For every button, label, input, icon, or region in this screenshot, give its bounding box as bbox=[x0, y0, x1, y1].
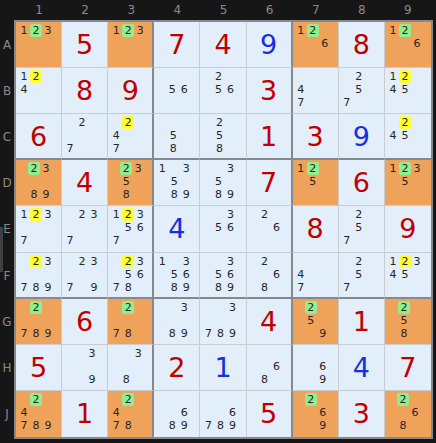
candidate-8[interactable]: 8 bbox=[30, 419, 42, 432]
candidate-7[interactable]: 7 bbox=[18, 419, 30, 432]
candidate-1[interactable]: 1 bbox=[387, 70, 399, 83]
candidate-3[interactable]: 3 bbox=[134, 208, 146, 221]
candidate-6[interactable]: 6 bbox=[134, 221, 146, 234]
candidate-5[interactable]: 5 bbox=[213, 129, 225, 142]
candidate-8[interactable]: 8 bbox=[122, 281, 134, 294]
cell-E1[interactable]: 1237 bbox=[16, 206, 62, 252]
cell-H4[interactable]: 2 bbox=[154, 345, 200, 391]
candidate-2[interactable]: 2 bbox=[76, 255, 88, 268]
cell-J8[interactable]: 3 bbox=[339, 391, 385, 437]
candidate-3[interactable]: 3 bbox=[224, 255, 236, 268]
candidate-7[interactable]: 7 bbox=[341, 234, 353, 247]
candidate-5[interactable]: 5 bbox=[399, 175, 411, 188]
candidate-1[interactable]: 1 bbox=[110, 24, 122, 37]
cell-B1[interactable]: 124 bbox=[16, 68, 62, 114]
candidate-3[interactable]: 3 bbox=[40, 162, 52, 175]
candidate-slot-9 bbox=[134, 142, 144, 155]
candidate-5[interactable]: 5 bbox=[122, 268, 134, 281]
cell-A6[interactable]: 9 bbox=[247, 22, 293, 68]
cell-F4[interactable]: 135689 bbox=[154, 253, 200, 299]
candidate-1[interactable]: 1 bbox=[387, 255, 399, 268]
candidate-8[interactable]: 8 bbox=[168, 188, 180, 201]
cell-F8[interactable]: 257 bbox=[339, 253, 385, 299]
candidate-1[interactable]: 1 bbox=[18, 70, 30, 83]
candidate-slot-3: 3 bbox=[42, 24, 54, 37]
candidate-slot-5 bbox=[122, 406, 134, 419]
candidate-slot-6 bbox=[134, 314, 144, 327]
cell-B4[interactable]: 56 bbox=[154, 68, 200, 114]
candidate-9[interactable]: 9 bbox=[226, 419, 238, 432]
candidate-2-yellow-highlight[interactable]: 2 bbox=[399, 116, 411, 129]
candidate-slot-8 bbox=[122, 234, 134, 247]
candidate-2[interactable]: 2 bbox=[76, 116, 88, 129]
cell-C4[interactable]: 58 bbox=[154, 114, 200, 160]
candidate-6[interactable]: 6 bbox=[317, 406, 329, 419]
candidate-9[interactable]: 9 bbox=[224, 281, 236, 294]
cell-G3[interactable]: 278 bbox=[108, 299, 154, 345]
candidate-2-green-highlight[interactable]: 2 bbox=[122, 24, 134, 37]
candidate-grid: 123 bbox=[110, 24, 144, 63]
candidate-slot-6: 6 bbox=[271, 221, 283, 234]
candidate-slot-9 bbox=[224, 234, 236, 247]
cell-H8[interactable]: 4 bbox=[339, 345, 385, 391]
candidate-1[interactable]: 1 bbox=[387, 162, 399, 175]
cell-E5[interactable]: 356 bbox=[200, 206, 246, 252]
candidate-9[interactable]: 9 bbox=[317, 373, 329, 386]
candidate-2-yellow-highlight[interactable]: 2 bbox=[30, 208, 42, 221]
cell-J7[interactable]: 269 bbox=[293, 391, 339, 437]
candidate-5[interactable]: 5 bbox=[212, 221, 224, 234]
candidate-7[interactable]: 7 bbox=[110, 419, 122, 432]
candidate-9[interactable]: 9 bbox=[178, 419, 190, 432]
candidate-4[interactable]: 4 bbox=[18, 406, 30, 419]
cell-G5[interactable]: 3789 bbox=[200, 299, 246, 345]
candidate-8[interactable]: 8 bbox=[30, 281, 42, 294]
candidate-slot-8: 8 bbox=[166, 327, 178, 340]
candidate-8[interactable]: 8 bbox=[167, 142, 179, 155]
cell-C6[interactable]: 1 bbox=[247, 114, 293, 160]
candidate-5[interactable]: 5 bbox=[353, 221, 365, 234]
cell-F5[interactable]: 35689 bbox=[200, 253, 246, 299]
candidate-5[interactable]: 5 bbox=[398, 314, 410, 327]
candidate-5[interactable]: 5 bbox=[353, 83, 365, 96]
candidate-2-green-highlight[interactable]: 2 bbox=[398, 301, 410, 314]
candidate-2-yellow-highlight[interactable]: 2 bbox=[122, 208, 134, 221]
candidate-6[interactable]: 6 bbox=[178, 83, 190, 96]
candidate-4[interactable]: 4 bbox=[295, 268, 307, 281]
candidate-slot-6: 6 bbox=[134, 268, 146, 281]
candidate-slot-1: 1 bbox=[156, 255, 168, 268]
candidate-slot-9 bbox=[134, 327, 144, 340]
candidate-slot-9 bbox=[411, 50, 423, 63]
candidate-3[interactable]: 3 bbox=[180, 162, 192, 175]
cell-C7[interactable]: 3 bbox=[293, 114, 339, 160]
candidate-8[interactable]: 8 bbox=[166, 419, 178, 432]
candidate-7[interactable]: 7 bbox=[295, 281, 307, 294]
candidate-4[interactable]: 4 bbox=[387, 83, 399, 96]
cell-J6[interactable]: 5 bbox=[247, 391, 293, 437]
candidate-slot-4 bbox=[202, 129, 213, 142]
candidate-3[interactable]: 3 bbox=[132, 162, 144, 175]
cell-A3[interactable]: 123 bbox=[108, 22, 154, 68]
value-digit-4: 4 bbox=[62, 160, 107, 205]
cell-G8[interactable]: 1 bbox=[339, 299, 385, 345]
candidate-8[interactable]: 8 bbox=[397, 419, 409, 432]
candidate-2-green-highlight[interactable]: 2 bbox=[120, 162, 132, 175]
cell-E3[interactable]: 123567 bbox=[108, 206, 154, 252]
cell-C3[interactable]: 247 bbox=[108, 114, 154, 160]
candidate-3[interactable]: 3 bbox=[411, 255, 423, 268]
candidate-5[interactable]: 5 bbox=[399, 129, 411, 142]
candidate-9[interactable]: 9 bbox=[88, 281, 100, 294]
cell-J2[interactable]: 1 bbox=[62, 391, 108, 437]
candidate-7[interactable]: 7 bbox=[110, 327, 122, 340]
candidate-2-green-highlight[interactable]: 2 bbox=[307, 162, 319, 175]
candidate-2[interactable]: 2 bbox=[353, 70, 365, 83]
cell-C8[interactable]: 9 bbox=[339, 114, 385, 160]
candidate-2[interactable]: 2 bbox=[259, 208, 271, 221]
candidate-2-green-highlight[interactable]: 2 bbox=[397, 393, 409, 406]
cell-A4[interactable]: 7 bbox=[154, 22, 200, 68]
candidate-1[interactable]: 1 bbox=[295, 162, 307, 175]
candidate-2[interactable]: 2 bbox=[212, 70, 224, 83]
candidate-5[interactable]: 5 bbox=[168, 175, 180, 188]
candidate-3[interactable]: 3 bbox=[134, 255, 146, 268]
candidate-6[interactable]: 6 bbox=[224, 268, 236, 281]
candidate-1[interactable]: 1 bbox=[18, 208, 30, 221]
candidate-8[interactable]: 8 bbox=[213, 142, 225, 155]
candidate-2-green-highlight[interactable]: 2 bbox=[307, 24, 319, 37]
candidate-8[interactable]: 8 bbox=[120, 188, 132, 201]
candidate-2-green-highlight[interactable]: 2 bbox=[28, 162, 40, 175]
cell-G6[interactable]: 4 bbox=[247, 299, 293, 345]
candidate-2[interactable]: 2 bbox=[353, 208, 365, 221]
candidate-4[interactable]: 4 bbox=[110, 406, 122, 419]
candidate-1[interactable]: 1 bbox=[18, 24, 30, 37]
candidate-3[interactable]: 3 bbox=[42, 208, 54, 221]
candidate-6[interactable]: 6 bbox=[411, 37, 423, 50]
cell-B8[interactable]: 257 bbox=[339, 68, 385, 114]
candidate-9[interactable]: 9 bbox=[180, 188, 192, 201]
cell-H1[interactable]: 5 bbox=[16, 345, 62, 391]
cell-J3[interactable]: 2478 bbox=[108, 391, 154, 437]
candidate-7[interactable]: 7 bbox=[295, 96, 307, 109]
cell-A2[interactable]: 5 bbox=[62, 22, 108, 68]
candidate-9[interactable]: 9 bbox=[224, 188, 236, 201]
candidate-7[interactable]: 7 bbox=[110, 281, 122, 294]
candidate-grid: 3589 bbox=[202, 162, 236, 201]
candidate-4[interactable]: 4 bbox=[18, 83, 30, 96]
candidate-3[interactable]: 3 bbox=[224, 162, 236, 175]
candidate-5[interactable]: 5 bbox=[212, 268, 224, 281]
candidate-4[interactable]: 4 bbox=[110, 129, 122, 142]
cell-C9[interactable]: 245 bbox=[385, 114, 431, 160]
cell-B3[interactable]: 9 bbox=[108, 68, 154, 114]
candidate-slot-9 bbox=[271, 373, 283, 386]
cell-D9[interactable]: 1235 bbox=[385, 160, 431, 206]
candidate-9[interactable]: 9 bbox=[86, 373, 98, 386]
cell-E9[interactable]: 9 bbox=[385, 206, 431, 252]
candidate-3[interactable]: 3 bbox=[226, 301, 238, 314]
candidate-5[interactable]: 5 bbox=[212, 175, 224, 188]
candidate-5[interactable]: 5 bbox=[399, 268, 411, 281]
candidate-6[interactable]: 6 bbox=[271, 360, 283, 373]
candidate-2-yellow-highlight[interactable]: 2 bbox=[399, 255, 411, 268]
cell-A9[interactable]: 126 bbox=[385, 22, 431, 68]
cell-H5[interactable]: 1 bbox=[200, 345, 246, 391]
candidate-slot-6 bbox=[132, 175, 144, 188]
candidate-8[interactable]: 8 bbox=[214, 327, 226, 340]
candidate-7[interactable]: 7 bbox=[202, 327, 214, 340]
candidate-7[interactable]: 7 bbox=[18, 234, 30, 247]
cell-F1[interactable]: 23789 bbox=[16, 253, 62, 299]
candidate-slot-8: 8 bbox=[122, 419, 134, 432]
cell-J9[interactable]: 268 bbox=[385, 391, 431, 437]
candidate-2-green-highlight[interactable]: 2 bbox=[122, 393, 134, 406]
candidate-1[interactable]: 1 bbox=[156, 162, 168, 175]
cell-D1[interactable]: 2389 bbox=[16, 160, 62, 206]
cell-D2[interactable]: 4 bbox=[62, 160, 108, 206]
candidate-slot-9 bbox=[134, 234, 146, 247]
cell-E4[interactable]: 4 bbox=[154, 206, 200, 252]
cell-E8[interactable]: 257 bbox=[339, 206, 385, 252]
cell-B9[interactable]: 1245 bbox=[385, 68, 431, 114]
candidate-3[interactable]: 3 bbox=[86, 347, 98, 360]
candidate-4[interactable]: 4 bbox=[387, 268, 399, 281]
cell-F7[interactable]: 47 bbox=[293, 253, 339, 299]
candidate-8[interactable]: 8 bbox=[212, 188, 224, 201]
candidate-5[interactable]: 5 bbox=[305, 314, 317, 327]
candidate-slot-1 bbox=[64, 208, 76, 221]
cell-D3[interactable]: 2358 bbox=[108, 160, 154, 206]
candidate-6[interactable]: 6 bbox=[409, 406, 421, 419]
cell-A8[interactable]: 8 bbox=[339, 22, 385, 68]
cell-D5[interactable]: 3589 bbox=[200, 160, 246, 206]
candidate-5[interactable]: 5 bbox=[120, 175, 132, 188]
cell-J5[interactable]: 6789 bbox=[200, 391, 246, 437]
candidate-6[interactable]: 6 bbox=[271, 221, 283, 234]
cell-G7[interactable]: 259 bbox=[293, 299, 339, 345]
candidate-2-green-highlight[interactable]: 2 bbox=[30, 24, 42, 37]
candidate-3[interactable]: 3 bbox=[180, 255, 192, 268]
candidate-8[interactable]: 8 bbox=[259, 373, 271, 386]
candidate-7[interactable]: 7 bbox=[341, 281, 353, 294]
candidate-slot-6 bbox=[42, 314, 54, 327]
candidate-5[interactable]: 5 bbox=[122, 221, 134, 234]
candidate-2[interactable]: 2 bbox=[353, 255, 365, 268]
cell-B5[interactable]: 256 bbox=[200, 68, 246, 114]
cell-C2[interactable]: 27 bbox=[62, 114, 108, 160]
candidate-6[interactable]: 6 bbox=[224, 83, 236, 96]
cell-F6[interactable]: 268 bbox=[247, 253, 293, 299]
candidate-slot-9: 9 bbox=[226, 419, 238, 432]
candidate-7[interactable]: 7 bbox=[110, 142, 122, 155]
candidate-6[interactable]: 6 bbox=[271, 268, 283, 281]
candidate-2[interactable]: 2 bbox=[259, 255, 271, 268]
cell-D7[interactable]: 125 bbox=[293, 160, 339, 206]
candidate-1[interactable]: 1 bbox=[295, 24, 307, 37]
candidate-9[interactable]: 9 bbox=[317, 327, 329, 340]
candidate-slot-7: 7 bbox=[64, 142, 76, 155]
candidate-9[interactable]: 9 bbox=[42, 419, 54, 432]
candidate-2-green-highlight[interactable]: 2 bbox=[399, 162, 411, 175]
candidate-slot-4 bbox=[156, 268, 168, 281]
candidate-8[interactable]: 8 bbox=[120, 373, 132, 386]
candidate-3[interactable]: 3 bbox=[134, 24, 146, 37]
candidate-1[interactable]: 1 bbox=[387, 24, 399, 37]
candidate-2[interactable]: 2 bbox=[213, 116, 225, 129]
candidate-9[interactable]: 9 bbox=[226, 327, 238, 340]
cell-C1[interactable]: 6 bbox=[16, 114, 62, 160]
candidate-1[interactable]: 1 bbox=[110, 208, 122, 221]
candidate-5[interactable]: 5 bbox=[168, 268, 180, 281]
cell-B2[interactable]: 8 bbox=[62, 68, 108, 114]
candidate-7[interactable]: 7 bbox=[18, 327, 30, 340]
candidate-8[interactable]: 8 bbox=[214, 419, 226, 432]
candidate-slot-5: 5 bbox=[122, 268, 134, 281]
cell-D6[interactable]: 7 bbox=[247, 160, 293, 206]
candidate-slot-7 bbox=[64, 373, 75, 386]
candidate-5[interactable]: 5 bbox=[307, 175, 319, 188]
candidate-7[interactable]: 7 bbox=[202, 419, 214, 432]
cell-G1[interactable]: 2789 bbox=[16, 299, 62, 345]
cell-B6[interactable]: 3 bbox=[247, 68, 293, 114]
candidate-8[interactable]: 8 bbox=[168, 281, 180, 294]
candidate-4[interactable]: 4 bbox=[295, 83, 307, 96]
candidate-2-yellow-highlight[interactable]: 2 bbox=[122, 116, 134, 129]
cell-F3[interactable]: 235678 bbox=[108, 253, 154, 299]
candidate-slot-9 bbox=[365, 96, 375, 109]
cell-H9[interactable]: 7 bbox=[385, 345, 431, 391]
candidate-5[interactable]: 5 bbox=[166, 83, 178, 96]
candidate-3[interactable]: 3 bbox=[42, 24, 54, 37]
candidate-slot-7 bbox=[387, 96, 399, 109]
candidate-slot-1 bbox=[156, 116, 167, 129]
candidate-2-green-highlight[interactable]: 2 bbox=[30, 301, 42, 314]
cell-G9[interactable]: 258 bbox=[385, 299, 431, 345]
candidate-1[interactable]: 1 bbox=[156, 255, 168, 268]
candidate-3[interactable]: 3 bbox=[411, 162, 423, 175]
candidate-2-green-highlight[interactable]: 2 bbox=[30, 393, 42, 406]
cell-H7[interactable]: 69 bbox=[293, 345, 339, 391]
candidate-slot-3 bbox=[134, 116, 144, 129]
candidate-5[interactable]: 5 bbox=[167, 129, 179, 142]
candidate-slot-4 bbox=[18, 37, 30, 50]
cell-H6[interactable]: 68 bbox=[247, 345, 293, 391]
candidate-6[interactable]: 6 bbox=[178, 406, 190, 419]
candidate-7[interactable]: 7 bbox=[18, 281, 30, 294]
cell-H2[interactable]: 39 bbox=[62, 345, 108, 391]
candidate-4[interactable]: 4 bbox=[387, 129, 399, 142]
cell-E2[interactable]: 237 bbox=[62, 206, 108, 252]
candidate-slot-4: 4 bbox=[387, 268, 399, 281]
candidate-9[interactable]: 9 bbox=[317, 419, 329, 432]
candidate-9[interactable]: 9 bbox=[42, 281, 54, 294]
cell-E6[interactable]: 26 bbox=[247, 206, 293, 252]
candidate-2-green-highlight[interactable]: 2 bbox=[122, 301, 134, 314]
cell-G4[interactable]: 389 bbox=[154, 299, 200, 345]
candidate-2-yellow-highlight[interactable]: 2 bbox=[30, 255, 42, 268]
candidate-6[interactable]: 6 bbox=[180, 268, 192, 281]
candidate-6[interactable]: 6 bbox=[226, 406, 238, 419]
candidate-3[interactable]: 3 bbox=[224, 208, 236, 221]
candidate-7[interactable]: 7 bbox=[110, 234, 122, 247]
candidate-slot-6 bbox=[365, 221, 375, 234]
candidate-slot-3 bbox=[317, 347, 329, 360]
candidate-8[interactable]: 8 bbox=[259, 281, 271, 294]
candidate-6[interactable]: 6 bbox=[134, 268, 146, 281]
candidate-slot-1 bbox=[110, 393, 122, 406]
candidate-slot-7 bbox=[18, 188, 28, 201]
candidate-2[interactable]: 2 bbox=[76, 208, 88, 221]
candidate-7[interactable]: 7 bbox=[341, 96, 353, 109]
candidate-9[interactable]: 9 bbox=[40, 188, 52, 201]
candidate-9[interactable]: 9 bbox=[178, 327, 190, 340]
cell-F9[interactable]: 12345 bbox=[385, 253, 431, 299]
candidate-3[interactable]: 3 bbox=[178, 301, 190, 314]
candidate-slot-4 bbox=[295, 37, 307, 50]
candidate-7[interactable]: 7 bbox=[64, 281, 76, 294]
cell-C5[interactable]: 258 bbox=[200, 114, 246, 160]
candidate-2-green-highlight[interactable]: 2 bbox=[305, 393, 317, 406]
candidate-2-yellow-highlight[interactable]: 2 bbox=[399, 70, 411, 83]
candidate-slot-1 bbox=[341, 70, 353, 83]
cell-G2[interactable]: 6 bbox=[62, 299, 108, 345]
candidate-9[interactable]: 9 bbox=[180, 281, 192, 294]
candidate-5[interactable]: 5 bbox=[353, 268, 365, 281]
candidate-6[interactable]: 6 bbox=[319, 37, 331, 50]
candidate-8[interactable]: 8 bbox=[30, 327, 42, 340]
candidate-9[interactable]: 9 bbox=[42, 327, 54, 340]
candidate-slot-4 bbox=[295, 406, 305, 419]
candidate-3[interactable]: 3 bbox=[132, 347, 144, 360]
candidate-2-yellow-highlight[interactable]: 2 bbox=[122, 255, 134, 268]
candidate-7[interactable]: 7 bbox=[64, 142, 76, 155]
candidate-5[interactable]: 5 bbox=[399, 83, 411, 96]
candidate-2-yellow-highlight[interactable]: 2 bbox=[30, 70, 42, 83]
candidate-slot-6 bbox=[225, 129, 236, 142]
cell-A7[interactable]: 126 bbox=[293, 22, 339, 68]
candidate-8[interactable]: 8 bbox=[122, 419, 134, 432]
candidate-2-green-highlight[interactable]: 2 bbox=[399, 24, 411, 37]
candidate-6[interactable]: 6 bbox=[224, 221, 236, 234]
candidate-8[interactable]: 8 bbox=[398, 327, 410, 340]
candidate-8[interactable]: 8 bbox=[122, 327, 134, 340]
cell-D4[interactable]: 13589 bbox=[154, 160, 200, 206]
cell-J4[interactable]: 689 bbox=[154, 391, 200, 437]
cell-E7[interactable]: 8 bbox=[293, 206, 339, 252]
candidate-8[interactable]: 8 bbox=[166, 327, 178, 340]
candidate-slot-3 bbox=[271, 255, 283, 268]
candidate-2-green-highlight[interactable]: 2 bbox=[305, 301, 317, 314]
cell-A5[interactable]: 4 bbox=[200, 22, 246, 68]
cell-F2[interactable]: 2379 bbox=[62, 253, 108, 299]
candidate-8[interactable]: 8 bbox=[28, 188, 40, 201]
candidate-3[interactable]: 3 bbox=[88, 208, 100, 221]
cell-H3[interactable]: 38 bbox=[108, 345, 154, 391]
cell-B7[interactable]: 47 bbox=[293, 68, 339, 114]
cell-J1[interactable]: 24789 bbox=[16, 391, 62, 437]
cell-D8[interactable]: 6 bbox=[339, 160, 385, 206]
candidate-3[interactable]: 3 bbox=[88, 255, 100, 268]
candidate-7[interactable]: 7 bbox=[64, 234, 76, 247]
candidate-slot-8 bbox=[307, 281, 318, 294]
candidate-8[interactable]: 8 bbox=[212, 281, 224, 294]
cell-A1[interactable]: 123 bbox=[16, 22, 62, 68]
candidate-3[interactable]: 3 bbox=[42, 255, 54, 268]
candidate-6[interactable]: 6 bbox=[317, 360, 329, 373]
candidate-5[interactable]: 5 bbox=[212, 83, 224, 96]
